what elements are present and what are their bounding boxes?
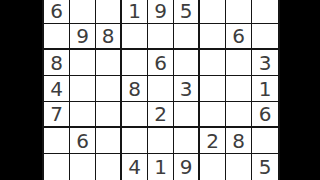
cell-r5c4: 8 xyxy=(122,76,148,102)
cell-r3c5 xyxy=(148,24,174,50)
cell-r4c7 xyxy=(200,50,226,76)
cell-r3c7 xyxy=(200,24,226,50)
cell-r2c1: 6 xyxy=(44,0,70,24)
cell-r3c4 xyxy=(122,24,148,50)
cell-r2c7 xyxy=(200,0,226,24)
cell-r4c8 xyxy=(226,50,252,76)
cell-r5c7 xyxy=(200,76,226,102)
cell-r8c2 xyxy=(70,154,96,180)
cell-r7c9 xyxy=(252,128,278,154)
cell-r4c4 xyxy=(122,50,148,76)
cell-r4c1: 8 xyxy=(44,50,70,76)
letterboxed-frame: 619598686348317266284195 xyxy=(0,0,320,180)
cell-r6c9: 6 xyxy=(252,102,278,128)
cell-r7c1 xyxy=(44,128,70,154)
cell-r2c3 xyxy=(96,0,122,24)
cell-r7c4 xyxy=(122,128,148,154)
cell-r6c8 xyxy=(226,102,252,128)
cell-r8c7 xyxy=(200,154,226,180)
sudoku-board: 619598686348317266284195 xyxy=(42,0,280,180)
cell-r4c6 xyxy=(174,50,200,76)
cell-r8c6: 9 xyxy=(174,154,200,180)
cell-r3c6 xyxy=(174,24,200,50)
cell-r8c3 xyxy=(96,154,122,180)
cell-r3c3: 8 xyxy=(96,24,122,50)
cell-r7c6 xyxy=(174,128,200,154)
cell-r8c9: 5 xyxy=(252,154,278,180)
cell-r3c2: 9 xyxy=(70,24,96,50)
cell-r5c3 xyxy=(96,76,122,102)
cell-r3c9 xyxy=(252,24,278,50)
cell-r5c2 xyxy=(70,76,96,102)
cell-r2c4: 1 xyxy=(122,0,148,24)
cell-r7c5 xyxy=(148,128,174,154)
cell-r7c8: 8 xyxy=(226,128,252,154)
cell-r6c7 xyxy=(200,102,226,128)
cell-r6c2 xyxy=(70,102,96,128)
cell-r6c3 xyxy=(96,102,122,128)
cell-r8c1 xyxy=(44,154,70,180)
cell-r8c5: 1 xyxy=(148,154,174,180)
cell-r4c9: 3 xyxy=(252,50,278,76)
cell-r7c3 xyxy=(96,128,122,154)
cell-r2c5: 9 xyxy=(148,0,174,24)
cell-r7c7: 2 xyxy=(200,128,226,154)
cell-r2c6: 5 xyxy=(174,0,200,24)
cell-r2c8 xyxy=(226,0,252,24)
cell-r8c4: 4 xyxy=(122,154,148,180)
cell-r4c3 xyxy=(96,50,122,76)
cell-r2c9 xyxy=(252,0,278,24)
cell-r6c4 xyxy=(122,102,148,128)
cell-r6c5: 2 xyxy=(148,102,174,128)
cell-r8c8 xyxy=(226,154,252,180)
cell-r4c2 xyxy=(70,50,96,76)
cell-r5c8 xyxy=(226,76,252,102)
cell-r5c9: 1 xyxy=(252,76,278,102)
cell-r6c1: 7 xyxy=(44,102,70,128)
cell-r3c8: 6 xyxy=(226,24,252,50)
cell-r2c2 xyxy=(70,0,96,24)
cell-r7c2: 6 xyxy=(70,128,96,154)
cell-r5c6: 3 xyxy=(174,76,200,102)
cell-r4c5: 6 xyxy=(148,50,174,76)
cell-r5c1: 4 xyxy=(44,76,70,102)
cell-r5c5 xyxy=(148,76,174,102)
cell-r3c1 xyxy=(44,24,70,50)
cell-r6c6 xyxy=(174,102,200,128)
